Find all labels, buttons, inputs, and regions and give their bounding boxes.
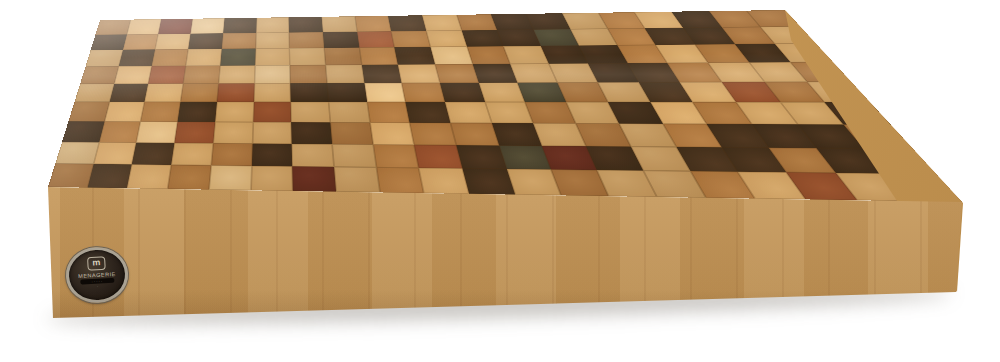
board-cell <box>213 122 253 143</box>
badge-brand-text: MENAGERIE <box>78 271 116 279</box>
board-cell <box>256 17 289 33</box>
board-cell <box>334 167 380 192</box>
badge-bottom-mark: · <box>97 284 99 289</box>
board-cell <box>445 102 492 123</box>
board-cell <box>215 102 254 122</box>
board-cell <box>329 102 370 122</box>
board-cell <box>95 20 130 35</box>
board-cell <box>426 30 467 47</box>
board-cell <box>48 164 93 188</box>
board-cell <box>119 50 156 67</box>
board-cell <box>450 123 498 145</box>
board-cell <box>370 123 414 145</box>
board-cell <box>253 102 291 122</box>
board-cell <box>168 165 211 190</box>
brand-badge: m MENAGERIE ····· · <box>65 246 130 305</box>
board-cell <box>62 121 104 142</box>
board-cell <box>191 18 225 33</box>
board-cell <box>255 48 290 65</box>
board-cell <box>91 34 127 50</box>
board-cell <box>330 122 373 144</box>
board-cell <box>80 66 118 83</box>
board-cell <box>395 47 435 65</box>
board-cell <box>251 143 292 166</box>
board-cell <box>99 121 141 142</box>
board-cell <box>419 168 469 194</box>
board-cell <box>148 66 185 84</box>
board-top-face <box>48 10 962 202</box>
board-cell <box>127 165 171 189</box>
badge-monogram: m <box>87 256 106 270</box>
board-cell <box>141 102 181 122</box>
board-cell <box>74 84 114 102</box>
board-cell <box>171 143 213 166</box>
board-cell <box>186 49 222 66</box>
board-cell <box>324 48 361 65</box>
board-cell <box>359 47 398 64</box>
board-cell <box>289 17 323 33</box>
board-cell <box>55 142 99 164</box>
board-cell <box>362 65 402 83</box>
board-cell <box>254 65 290 83</box>
board-cell <box>290 65 327 83</box>
board-cell <box>391 31 430 48</box>
board-cell <box>158 19 192 34</box>
board-cell <box>292 167 336 192</box>
board-top-grid <box>48 10 962 202</box>
board-cell <box>209 166 252 191</box>
board-cell <box>254 83 291 102</box>
board-cell <box>223 18 256 33</box>
board-cell <box>109 84 148 102</box>
board-cell <box>440 83 485 103</box>
board-cell <box>388 15 426 31</box>
board-cell <box>355 16 392 32</box>
board-cell <box>175 122 215 143</box>
board-cell <box>398 64 440 82</box>
board-cell <box>155 34 190 50</box>
board-cell <box>323 32 359 48</box>
board-cell <box>290 83 328 102</box>
board-cell <box>410 123 456 145</box>
board-cell <box>145 83 184 102</box>
board-cell <box>373 144 419 168</box>
board-cell <box>183 66 220 84</box>
board-cell <box>87 164 132 188</box>
board-cell <box>435 64 478 83</box>
board-cell <box>181 83 219 102</box>
board-cell <box>178 102 217 122</box>
cutting-board-photo: m MENAGERIE ····· · <box>0 0 1000 362</box>
board-cell <box>332 144 376 168</box>
board-cell <box>123 34 159 50</box>
board-cell <box>322 16 357 32</box>
board-cell <box>255 32 289 48</box>
board-cell <box>367 102 410 123</box>
board-cell <box>326 65 365 83</box>
board-cell <box>68 102 109 121</box>
board-cell <box>406 102 451 123</box>
badge-band: ····· <box>80 278 114 285</box>
board-cell <box>218 65 254 83</box>
board-cell <box>430 47 472 65</box>
board-cell <box>292 144 334 167</box>
board-cell <box>289 32 324 48</box>
board-cell <box>357 31 395 48</box>
board-cell <box>220 49 255 66</box>
board-cell <box>414 145 462 169</box>
board-cell <box>364 83 406 102</box>
board-cell <box>86 50 123 67</box>
board-cell <box>422 15 461 31</box>
board-cell <box>211 143 252 166</box>
board-cell <box>376 168 424 194</box>
board-cell <box>456 14 497 30</box>
board-cell <box>290 48 326 65</box>
board-cell <box>152 49 188 66</box>
board-cell <box>222 33 256 49</box>
board-cell <box>132 142 175 165</box>
board-cell <box>217 83 254 102</box>
board-cell <box>251 166 293 191</box>
board-cell <box>137 122 178 143</box>
board-cell <box>402 83 445 102</box>
board-cell <box>127 19 162 34</box>
board-cell <box>93 142 136 164</box>
board-cell <box>104 102 144 122</box>
board-cell <box>114 66 152 84</box>
board-cell <box>291 122 332 144</box>
board-cell <box>252 122 292 144</box>
board-cell <box>188 33 223 49</box>
board-cell <box>327 83 367 102</box>
board-cell <box>291 102 330 122</box>
